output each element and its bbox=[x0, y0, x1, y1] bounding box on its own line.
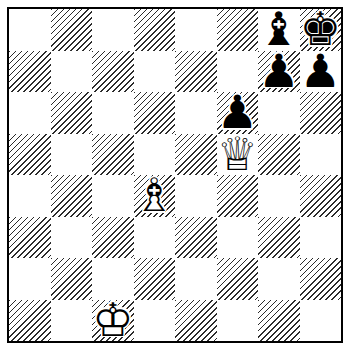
square-h1[interactable] bbox=[300, 300, 342, 342]
square-d2[interactable] bbox=[134, 258, 176, 300]
square-d3[interactable] bbox=[134, 217, 176, 259]
square-f1[interactable] bbox=[217, 300, 259, 342]
piece-black-bishop: ♝♝ bbox=[258, 9, 300, 51]
square-a5[interactable] bbox=[9, 134, 51, 176]
square-e6[interactable] bbox=[175, 92, 217, 134]
square-d1[interactable] bbox=[134, 300, 176, 342]
black-pawn-glyph: ♟ bbox=[258, 51, 299, 93]
square-f5[interactable]: ♛♕ bbox=[217, 134, 259, 176]
square-a2[interactable] bbox=[9, 258, 51, 300]
square-b8[interactable] bbox=[51, 9, 93, 51]
piece-black-pawn: ♟♟ bbox=[300, 51, 342, 93]
square-e4[interactable] bbox=[175, 175, 217, 217]
square-h2[interactable] bbox=[300, 258, 342, 300]
square-b2[interactable] bbox=[51, 258, 93, 300]
piece-black-king: ♚♚ bbox=[300, 9, 342, 51]
square-c5[interactable] bbox=[92, 134, 134, 176]
piece-black-pawn: ♟♟ bbox=[258, 51, 300, 93]
square-g8[interactable]: ♝♝ bbox=[258, 9, 300, 51]
square-h7[interactable]: ♟♟ bbox=[300, 51, 342, 93]
square-c4[interactable] bbox=[92, 175, 134, 217]
square-h5[interactable] bbox=[300, 134, 342, 176]
square-h4[interactable] bbox=[300, 175, 342, 217]
square-h6[interactable] bbox=[300, 92, 342, 134]
square-f8[interactable] bbox=[217, 9, 259, 51]
square-e1[interactable] bbox=[175, 300, 217, 342]
chessboard: ♝♝♚♚♟♟♟♟♟♟♛♕♝♗♚♔ bbox=[9, 9, 341, 341]
square-g4[interactable] bbox=[258, 175, 300, 217]
square-d8[interactable] bbox=[134, 9, 176, 51]
square-f7[interactable] bbox=[217, 51, 259, 93]
square-a1[interactable] bbox=[9, 300, 51, 342]
square-a7[interactable] bbox=[9, 51, 51, 93]
square-c1[interactable]: ♚♔ bbox=[92, 300, 134, 342]
piece-black-pawn: ♟♟ bbox=[217, 92, 259, 134]
black-pawn-glyph: ♟ bbox=[300, 51, 341, 93]
square-g5[interactable] bbox=[258, 134, 300, 176]
square-e8[interactable] bbox=[175, 9, 217, 51]
white-queen-glyph: ♕ bbox=[217, 134, 258, 176]
black-pawn-glyph: ♟ bbox=[217, 92, 258, 134]
square-c2[interactable] bbox=[92, 258, 134, 300]
square-d4[interactable]: ♝♗ bbox=[134, 175, 176, 217]
square-e3[interactable] bbox=[175, 217, 217, 259]
square-b1[interactable] bbox=[51, 300, 93, 342]
white-king-glyph: ♔ bbox=[92, 300, 133, 342]
square-f4[interactable] bbox=[217, 175, 259, 217]
square-d6[interactable] bbox=[134, 92, 176, 134]
square-a3[interactable] bbox=[9, 217, 51, 259]
square-f3[interactable] bbox=[217, 217, 259, 259]
square-g2[interactable] bbox=[258, 258, 300, 300]
square-b3[interactable] bbox=[51, 217, 93, 259]
square-g3[interactable] bbox=[258, 217, 300, 259]
piece-white-king: ♚♔ bbox=[92, 300, 134, 342]
square-d5[interactable] bbox=[134, 134, 176, 176]
square-h8[interactable]: ♚♚ bbox=[300, 9, 342, 51]
piece-white-bishop: ♝♗ bbox=[134, 175, 176, 217]
square-d7[interactable] bbox=[134, 51, 176, 93]
square-c8[interactable] bbox=[92, 9, 134, 51]
square-e7[interactable] bbox=[175, 51, 217, 93]
square-b5[interactable] bbox=[51, 134, 93, 176]
square-f6[interactable]: ♟♟ bbox=[217, 92, 259, 134]
square-c7[interactable] bbox=[92, 51, 134, 93]
square-b6[interactable] bbox=[51, 92, 93, 134]
square-b4[interactable] bbox=[51, 175, 93, 217]
square-a4[interactable] bbox=[9, 175, 51, 217]
piece-white-queen: ♛♕ bbox=[217, 134, 259, 176]
square-g6[interactable] bbox=[258, 92, 300, 134]
square-g1[interactable] bbox=[258, 300, 300, 342]
square-e2[interactable] bbox=[175, 258, 217, 300]
square-f2[interactable] bbox=[217, 258, 259, 300]
square-a6[interactable] bbox=[9, 92, 51, 134]
square-b7[interactable] bbox=[51, 51, 93, 93]
square-g7[interactable]: ♟♟ bbox=[258, 51, 300, 93]
square-c3[interactable] bbox=[92, 217, 134, 259]
chessboard-frame: ♝♝♚♚♟♟♟♟♟♟♛♕♝♗♚♔ bbox=[7, 7, 343, 343]
square-e5[interactable] bbox=[175, 134, 217, 176]
black-king-glyph: ♚ bbox=[300, 9, 341, 51]
square-c6[interactable] bbox=[92, 92, 134, 134]
square-h3[interactable] bbox=[300, 217, 342, 259]
black-bishop-glyph: ♝ bbox=[258, 9, 299, 51]
white-bishop-glyph: ♗ bbox=[134, 175, 175, 217]
square-a8[interactable] bbox=[9, 9, 51, 51]
